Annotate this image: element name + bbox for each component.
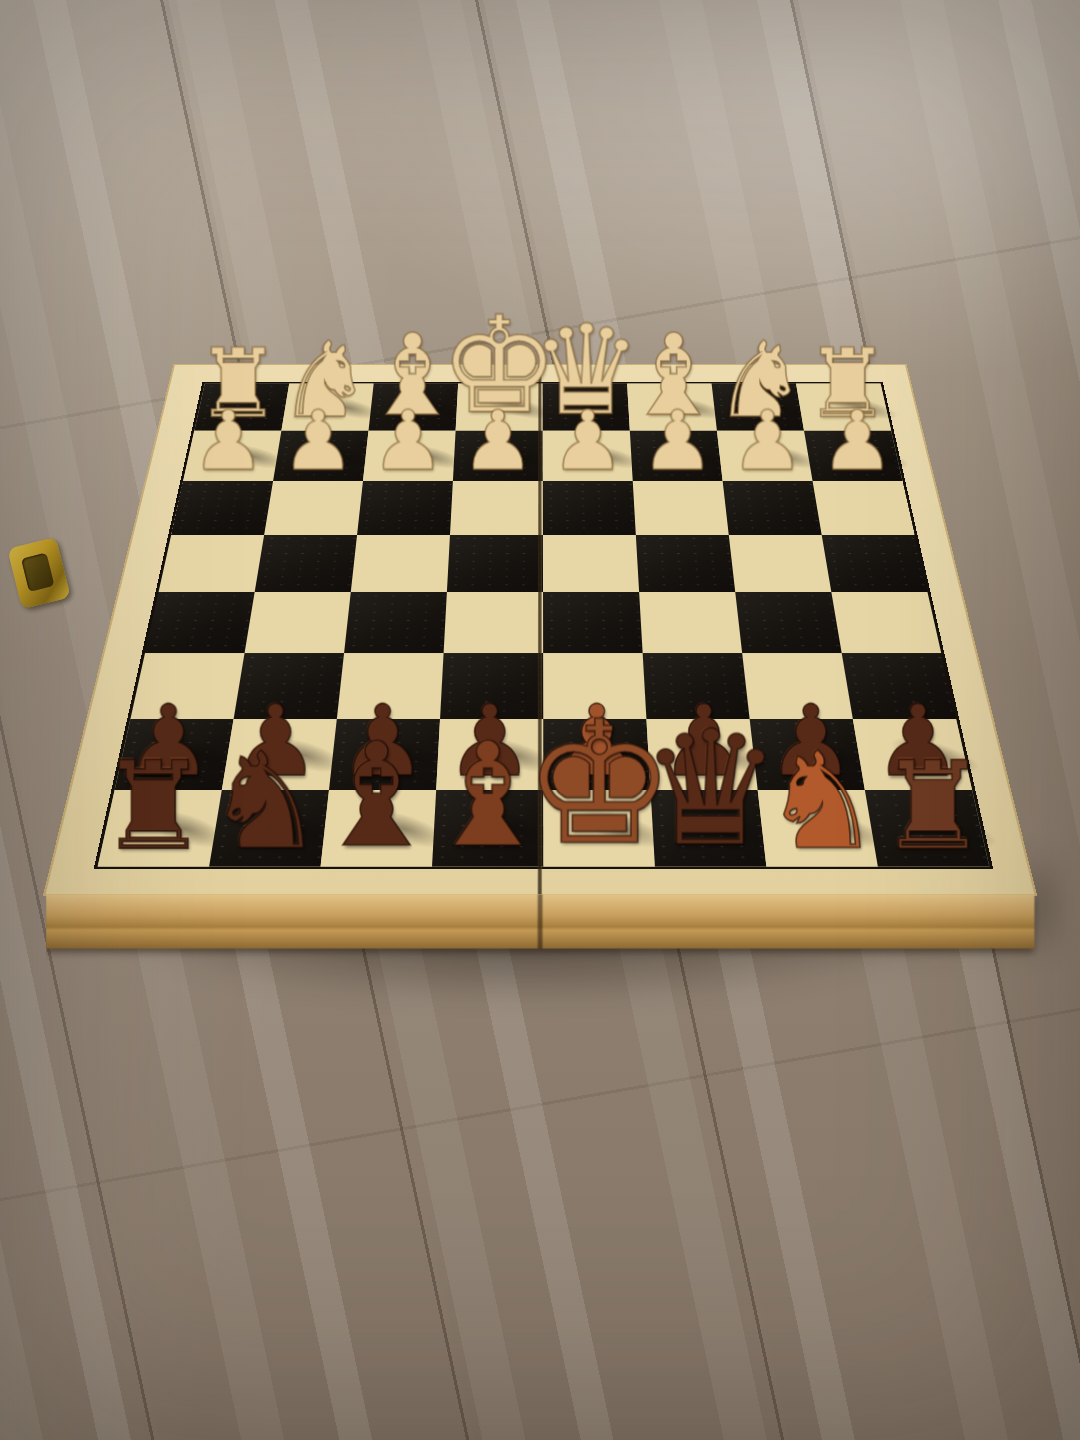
photo-vignette [0,0,1080,1440]
